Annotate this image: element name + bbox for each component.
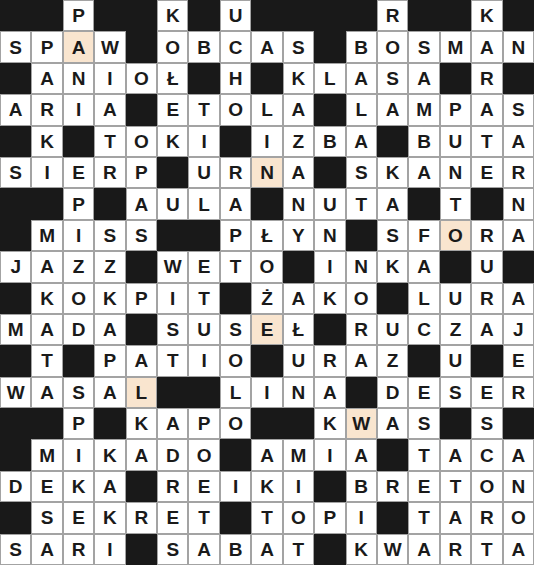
letter-cell[interactable]: P xyxy=(63,408,94,439)
black-cell xyxy=(94,188,125,219)
letter-cell[interactable]: S xyxy=(94,220,125,251)
letter-cell[interactable]: S xyxy=(0,534,31,565)
letter-cell[interactable]: I xyxy=(314,251,345,282)
letter-cell[interactable]: I xyxy=(63,439,94,470)
highlighted-letter-cell[interactable]: N xyxy=(251,157,282,188)
letter-cell[interactable]: T xyxy=(188,94,219,125)
letter-cell[interactable]: S xyxy=(346,157,377,188)
letter-cell[interactable]: E xyxy=(408,377,439,408)
highlighted-letter-cell[interactable]: A xyxy=(63,31,94,62)
letter-cell[interactable]: A xyxy=(251,534,282,565)
letter-cell[interactable]: S xyxy=(157,314,188,345)
black-cell xyxy=(0,502,31,533)
letter-cell[interactable]: I xyxy=(283,471,314,502)
black-cell xyxy=(220,439,251,470)
black-cell xyxy=(0,126,31,157)
letter-cell[interactable]: S xyxy=(0,31,31,62)
crossword-grid: PKURKSPAWOBCASBOSMANANIOŁHKLASARARIAETOL… xyxy=(0,0,534,565)
letter-cell[interactable]: S xyxy=(503,94,534,125)
letter-cell[interactable]: I xyxy=(94,63,125,94)
black-cell xyxy=(346,0,377,31)
letter-cell[interactable]: A xyxy=(31,251,62,282)
letter-cell[interactable]: A xyxy=(94,314,125,345)
black-cell xyxy=(314,534,345,565)
black-cell xyxy=(503,251,534,282)
letter-cell[interactable]: O xyxy=(157,31,188,62)
black-cell xyxy=(408,188,439,219)
letter-cell[interactable]: N xyxy=(440,157,471,188)
black-cell xyxy=(157,220,188,251)
letter-cell[interactable]: R xyxy=(471,220,502,251)
letter-cell[interactable]: T xyxy=(220,251,251,282)
black-cell xyxy=(31,0,62,31)
letter-cell[interactable]: S xyxy=(283,31,314,62)
letter-cell[interactable]: P xyxy=(126,157,157,188)
letter-cell[interactable]: A xyxy=(346,439,377,470)
letter-cell[interactable]: S xyxy=(220,314,251,345)
letter-cell[interactable]: A xyxy=(283,283,314,314)
letter-cell[interactable]: M xyxy=(408,94,439,125)
letter-cell[interactable]: T xyxy=(251,502,282,533)
letter-cell[interactable]: S xyxy=(471,408,502,439)
letter-cell[interactable]: A xyxy=(346,63,377,94)
letter-cell[interactable]: P xyxy=(63,0,94,31)
letter-cell[interactable]: P xyxy=(314,502,345,533)
black-cell xyxy=(251,408,282,439)
letter-cell[interactable]: S xyxy=(0,157,31,188)
letter-cell[interactable]: L xyxy=(188,188,219,219)
letter-cell[interactable]: K xyxy=(157,126,188,157)
letter-cell[interactable]: L xyxy=(346,94,377,125)
highlighted-letter-cell[interactable]: O xyxy=(440,220,471,251)
letter-cell[interactable]: K xyxy=(31,126,62,157)
letter-cell[interactable]: E xyxy=(31,471,62,502)
letter-cell[interactable]: W xyxy=(377,534,408,565)
letter-cell[interactable]: R xyxy=(63,534,94,565)
letter-cell[interactable]: O xyxy=(503,502,534,533)
letter-cell[interactable]: A xyxy=(0,94,31,125)
letter-cell[interactable]: E xyxy=(188,251,219,282)
letter-cell[interactable]: W xyxy=(94,31,125,62)
letter-cell[interactable]: P xyxy=(220,220,251,251)
letter-cell[interactable]: A xyxy=(346,126,377,157)
letter-cell[interactable]: O xyxy=(63,283,94,314)
letter-cell[interactable]: J xyxy=(0,251,31,282)
letter-cell[interactable]: A xyxy=(503,220,534,251)
black-cell xyxy=(94,408,125,439)
letter-cell[interactable]: A xyxy=(471,314,502,345)
letter-cell[interactable]: T xyxy=(31,345,62,376)
letter-cell[interactable]: A xyxy=(31,534,62,565)
letter-cell[interactable]: A xyxy=(220,188,251,219)
black-cell xyxy=(314,94,345,125)
letter-cell[interactable]: Ż xyxy=(251,283,282,314)
letter-cell[interactable]: N xyxy=(283,188,314,219)
letter-cell[interactable]: I xyxy=(63,94,94,125)
letter-cell[interactable]: O xyxy=(188,439,219,470)
black-cell xyxy=(283,0,314,31)
letter-cell[interactable]: P xyxy=(94,345,125,376)
letter-cell[interactable]: A xyxy=(314,377,345,408)
letter-cell[interactable]: E xyxy=(471,157,502,188)
letter-cell[interactable]: R xyxy=(157,471,188,502)
letter-cell[interactable]: A xyxy=(471,94,502,125)
letter-cell[interactable]: E xyxy=(408,471,439,502)
letter-cell[interactable]: A xyxy=(503,126,534,157)
black-cell xyxy=(471,345,502,376)
black-cell xyxy=(251,345,282,376)
letter-cell[interactable]: A xyxy=(471,31,502,62)
letter-cell[interactable]: A xyxy=(126,188,157,219)
letter-cell[interactable]: E xyxy=(471,377,502,408)
letter-cell[interactable]: K xyxy=(94,283,125,314)
black-cell xyxy=(220,283,251,314)
letter-cell[interactable]: U xyxy=(188,157,219,188)
letter-cell[interactable]: T xyxy=(440,471,471,502)
letter-cell[interactable]: R xyxy=(94,157,125,188)
letter-cell[interactable]: T xyxy=(346,188,377,219)
letter-cell[interactable]: A xyxy=(503,534,534,565)
letter-cell[interactable]: A xyxy=(408,157,439,188)
letter-cell[interactable]: T xyxy=(471,534,502,565)
letter-cell[interactable]: Ł xyxy=(283,314,314,345)
letter-cell[interactable]: E xyxy=(157,94,188,125)
letter-cell[interactable]: S xyxy=(126,220,157,251)
black-cell xyxy=(283,251,314,282)
black-cell xyxy=(314,31,345,62)
letter-cell[interactable]: P xyxy=(188,408,219,439)
letter-cell[interactable]: T xyxy=(408,502,439,533)
letter-cell[interactable]: N xyxy=(503,471,534,502)
black-cell xyxy=(63,345,94,376)
letter-cell[interactable]: E xyxy=(188,471,219,502)
letter-cell[interactable]: D xyxy=(377,377,408,408)
letter-cell[interactable]: U xyxy=(314,188,345,219)
letter-cell[interactable]: D xyxy=(157,439,188,470)
letter-cell[interactable]: M xyxy=(31,220,62,251)
letter-cell[interactable]: L xyxy=(220,377,251,408)
letter-cell[interactable]: U xyxy=(157,188,188,219)
letter-cell[interactable]: R xyxy=(346,314,377,345)
letter-cell[interactable]: P xyxy=(126,283,157,314)
letter-cell[interactable]: S xyxy=(408,408,439,439)
letter-cell[interactable]: U xyxy=(440,126,471,157)
black-cell xyxy=(408,0,439,31)
letter-cell[interactable]: Z xyxy=(283,126,314,157)
letter-cell[interactable]: R xyxy=(471,283,502,314)
letter-cell[interactable]: T xyxy=(188,283,219,314)
letter-cell[interactable]: I xyxy=(94,534,125,565)
letter-cell[interactable]: A xyxy=(126,439,157,470)
black-cell xyxy=(0,439,31,470)
black-cell xyxy=(503,63,534,94)
letter-cell[interactable]: R xyxy=(126,502,157,533)
letter-cell[interactable]: I xyxy=(346,502,377,533)
black-cell xyxy=(94,0,125,31)
letter-cell[interactable]: A xyxy=(94,377,125,408)
letter-cell[interactable]: O xyxy=(471,471,502,502)
letter-cell[interactable]: D xyxy=(63,314,94,345)
letter-cell[interactable]: K xyxy=(251,471,282,502)
letter-cell[interactable]: K xyxy=(314,408,345,439)
letter-cell[interactable]: U xyxy=(377,314,408,345)
letter-cell[interactable]: N xyxy=(283,377,314,408)
letter-cell[interactable]: E xyxy=(63,502,94,533)
letter-cell[interactable]: S xyxy=(408,31,439,62)
letter-cell[interactable]: B xyxy=(346,31,377,62)
letter-cell[interactable]: L xyxy=(408,283,439,314)
black-cell xyxy=(283,408,314,439)
black-cell xyxy=(346,220,377,251)
letter-cell[interactable]: U xyxy=(471,251,502,282)
letter-cell[interactable]: Ł xyxy=(251,220,282,251)
letter-cell[interactable]: B xyxy=(346,471,377,502)
letter-cell[interactable]: B xyxy=(188,31,219,62)
letter-cell[interactable]: R xyxy=(471,502,502,533)
black-cell xyxy=(126,0,157,31)
letter-cell[interactable]: K xyxy=(157,0,188,31)
letter-cell[interactable]: S xyxy=(377,63,408,94)
letter-cell[interactable]: W xyxy=(157,251,188,282)
letter-cell[interactable]: P xyxy=(63,188,94,219)
letter-cell[interactable]: I xyxy=(63,220,94,251)
letter-cell[interactable]: A xyxy=(408,63,439,94)
letter-cell[interactable]: N xyxy=(346,251,377,282)
letter-cell[interactable]: M xyxy=(31,439,62,470)
letter-cell[interactable]: K xyxy=(283,63,314,94)
highlighted-letter-cell[interactable]: L xyxy=(126,377,157,408)
black-cell xyxy=(157,377,188,408)
letter-cell[interactable]: A xyxy=(503,283,534,314)
letter-cell[interactable]: O xyxy=(220,345,251,376)
letter-cell[interactable]: Z xyxy=(377,345,408,376)
letter-cell[interactable]: A xyxy=(157,408,188,439)
black-cell xyxy=(377,502,408,533)
letter-cell[interactable]: O xyxy=(377,31,408,62)
letter-cell[interactable]: R xyxy=(440,534,471,565)
letter-cell[interactable]: S xyxy=(63,377,94,408)
letter-cell[interactable]: U xyxy=(188,314,219,345)
letter-cell[interactable]: E xyxy=(63,157,94,188)
letter-cell[interactable]: A xyxy=(408,534,439,565)
black-cell xyxy=(0,63,31,94)
black-cell xyxy=(377,126,408,157)
black-cell xyxy=(63,126,94,157)
black-cell xyxy=(440,63,471,94)
letter-cell[interactable]: A xyxy=(346,345,377,376)
letter-cell[interactable]: A xyxy=(440,439,471,470)
highlighted-letter-cell[interactable]: E xyxy=(251,314,282,345)
black-cell xyxy=(0,188,31,219)
letter-cell[interactable]: T xyxy=(283,534,314,565)
letter-cell[interactable]: D xyxy=(0,471,31,502)
letter-cell[interactable]: U xyxy=(440,345,471,376)
letter-cell[interactable]: T xyxy=(188,502,219,533)
letter-cell[interactable]: R xyxy=(220,157,251,188)
letter-cell[interactable]: A xyxy=(408,251,439,282)
letter-cell[interactable]: A xyxy=(377,408,408,439)
black-cell xyxy=(220,502,251,533)
black-cell xyxy=(346,377,377,408)
letter-cell[interactable]: A xyxy=(440,502,471,533)
letter-cell[interactable]: U xyxy=(440,283,471,314)
letter-cell[interactable]: A xyxy=(31,314,62,345)
black-cell xyxy=(0,408,31,439)
letter-cell[interactable]: K xyxy=(346,534,377,565)
letter-cell[interactable]: M xyxy=(0,314,31,345)
letter-cell[interactable]: T xyxy=(157,345,188,376)
letter-cell[interactable]: U xyxy=(220,0,251,31)
letter-cell[interactable]: O xyxy=(251,251,282,282)
letter-cell[interactable]: O xyxy=(346,283,377,314)
letter-cell[interactable]: R xyxy=(314,345,345,376)
letter-cell[interactable]: A xyxy=(503,439,534,470)
letter-cell[interactable]: I xyxy=(188,126,219,157)
letter-cell[interactable]: T xyxy=(440,188,471,219)
letter-cell[interactable]: W xyxy=(0,377,31,408)
letter-cell[interactable]: A xyxy=(188,534,219,565)
letter-cell[interactable]: A xyxy=(31,63,62,94)
letter-cell[interactable]: O xyxy=(220,408,251,439)
letter-cell[interactable]: I xyxy=(251,377,282,408)
black-cell xyxy=(126,534,157,565)
black-cell xyxy=(126,471,157,502)
letter-cell[interactable]: R xyxy=(503,157,534,188)
letter-cell[interactable]: B xyxy=(314,126,345,157)
letter-cell[interactable]: M xyxy=(440,31,471,62)
letter-cell[interactable]: A xyxy=(94,94,125,125)
letter-cell[interactable]: H xyxy=(220,63,251,94)
letter-cell[interactable]: A xyxy=(251,439,282,470)
letter-cell[interactable]: R xyxy=(503,377,534,408)
letter-cell[interactable]: Z xyxy=(440,314,471,345)
letter-cell[interactable]: I xyxy=(251,126,282,157)
letter-cell[interactable]: K xyxy=(94,502,125,533)
letter-cell[interactable]: L xyxy=(314,63,345,94)
letter-cell[interactable]: T xyxy=(408,439,439,470)
black-cell xyxy=(314,157,345,188)
letter-cell[interactable]: K xyxy=(314,283,345,314)
letter-cell[interactable]: S xyxy=(440,377,471,408)
letter-cell[interactable]: I xyxy=(157,283,188,314)
black-cell xyxy=(0,220,31,251)
black-cell xyxy=(188,220,219,251)
letter-cell[interactable]: K xyxy=(377,251,408,282)
letter-cell[interactable]: R xyxy=(377,0,408,31)
letter-cell[interactable]: S xyxy=(157,534,188,565)
letter-cell[interactable]: A xyxy=(283,157,314,188)
letter-cell[interactable]: U xyxy=(283,345,314,376)
letter-cell[interactable]: R xyxy=(471,63,502,94)
letter-cell[interactable]: R xyxy=(31,94,62,125)
black-cell xyxy=(31,408,62,439)
letter-cell[interactable]: O xyxy=(126,126,157,157)
black-cell xyxy=(251,63,282,94)
letter-cell[interactable]: E xyxy=(503,345,534,376)
black-cell xyxy=(377,439,408,470)
letter-cell[interactable]: I xyxy=(314,439,345,470)
letter-cell[interactable]: K xyxy=(31,283,62,314)
black-cell xyxy=(126,94,157,125)
letter-cell[interactable]: P xyxy=(31,31,62,62)
letter-cell[interactable]: K xyxy=(126,408,157,439)
black-cell xyxy=(0,283,31,314)
letter-cell[interactable]: M xyxy=(283,439,314,470)
letter-cell[interactable]: N xyxy=(314,220,345,251)
black-cell xyxy=(220,126,251,157)
black-cell xyxy=(157,157,188,188)
letter-cell[interactable]: R xyxy=(377,471,408,502)
black-cell xyxy=(503,0,534,31)
letter-cell[interactable]: I xyxy=(31,157,62,188)
letter-cell[interactable]: P xyxy=(440,94,471,125)
black-cell xyxy=(408,345,439,376)
letter-cell[interactable]: Ł xyxy=(157,63,188,94)
black-cell xyxy=(314,314,345,345)
letter-cell[interactable]: N xyxy=(503,31,534,62)
letter-cell[interactable]: C xyxy=(408,314,439,345)
letter-cell[interactable]: F xyxy=(408,220,439,251)
letter-cell[interactable]: O xyxy=(220,94,251,125)
letter-cell[interactable]: K xyxy=(63,471,94,502)
letter-cell[interactable]: K xyxy=(471,0,502,31)
letter-cell[interactable]: A xyxy=(251,31,282,62)
letter-cell[interactable]: A xyxy=(126,345,157,376)
letter-cell[interactable]: I xyxy=(188,345,219,376)
letter-cell[interactable]: A xyxy=(283,94,314,125)
letter-cell[interactable]: O xyxy=(283,502,314,533)
black-cell xyxy=(188,377,219,408)
letter-cell[interactable]: B xyxy=(408,126,439,157)
letter-cell[interactable]: S xyxy=(377,220,408,251)
black-cell xyxy=(471,188,502,219)
black-cell xyxy=(440,0,471,31)
letter-cell[interactable]: T xyxy=(471,126,502,157)
black-cell xyxy=(0,345,31,376)
letter-cell[interactable]: K xyxy=(94,439,125,470)
letter-cell[interactable]: L xyxy=(251,94,282,125)
letter-cell[interactable]: O xyxy=(126,63,157,94)
black-cell xyxy=(251,0,282,31)
letter-cell[interactable]: Z xyxy=(94,251,125,282)
letter-cell[interactable]: Y xyxy=(283,220,314,251)
black-cell xyxy=(188,0,219,31)
letter-cell[interactable]: A xyxy=(94,471,125,502)
letter-cell[interactable]: K xyxy=(377,157,408,188)
letter-cell[interactable]: E xyxy=(157,502,188,533)
black-cell xyxy=(314,471,345,502)
letter-cell[interactable]: C xyxy=(220,31,251,62)
letter-cell[interactable]: N xyxy=(63,63,94,94)
black-cell xyxy=(0,0,31,31)
letter-cell[interactable]: N xyxy=(503,188,534,219)
letter-cell[interactable]: A xyxy=(377,188,408,219)
letter-cell[interactable]: A xyxy=(31,377,62,408)
black-cell xyxy=(440,251,471,282)
letter-cell[interactable]: A xyxy=(377,94,408,125)
highlighted-letter-cell[interactable]: W xyxy=(346,408,377,439)
letter-cell[interactable]: B xyxy=(220,534,251,565)
letter-cell[interactable]: C xyxy=(471,439,502,470)
letter-cell[interactable]: T xyxy=(94,126,125,157)
black-cell xyxy=(126,31,157,62)
letter-cell[interactable]: I xyxy=(220,471,251,502)
letter-cell[interactable]: J xyxy=(503,314,534,345)
letter-cell[interactable]: Z xyxy=(63,251,94,282)
black-cell xyxy=(251,188,282,219)
black-cell xyxy=(188,63,219,94)
letter-cell[interactable]: S xyxy=(31,502,62,533)
